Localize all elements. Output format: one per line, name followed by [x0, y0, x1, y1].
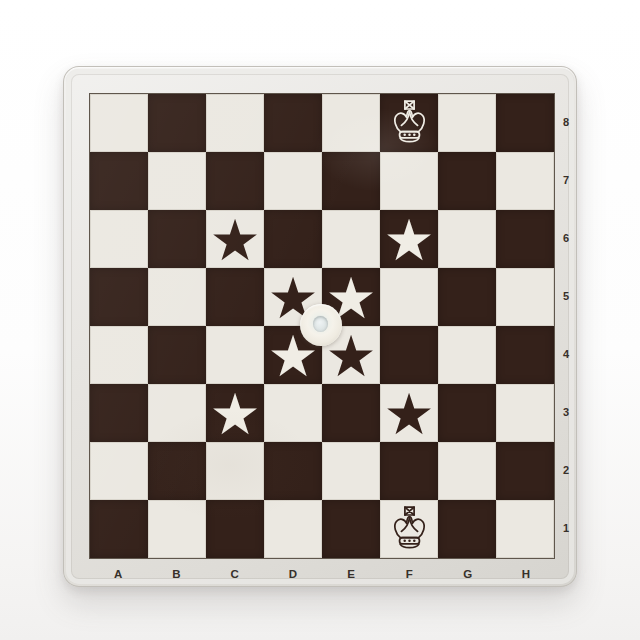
rank-label-2: 2	[558, 441, 574, 499]
square-b6[interactable]	[148, 210, 206, 268]
square-e1[interactable]	[322, 500, 380, 558]
square-h7[interactable]	[496, 152, 554, 210]
square-d7[interactable]	[264, 152, 322, 210]
square-c2[interactable]	[206, 442, 264, 500]
white-king[interactable]	[380, 94, 438, 152]
square-g8[interactable]	[438, 94, 496, 152]
star-marker: ★	[380, 384, 438, 442]
square-a3[interactable]	[90, 384, 148, 442]
square-c3[interactable]: ★	[206, 384, 264, 442]
square-b3[interactable]	[148, 384, 206, 442]
square-g4[interactable]	[438, 326, 496, 384]
square-h3[interactable]	[496, 384, 554, 442]
file-label-f: F	[380, 565, 438, 582]
square-b8[interactable]	[148, 94, 206, 152]
square-h2[interactable]	[496, 442, 554, 500]
rank-label-7: 7	[558, 151, 574, 209]
square-b5[interactable]	[148, 268, 206, 326]
square-f7[interactable]	[380, 152, 438, 210]
square-g7[interactable]	[438, 152, 496, 210]
black-king[interactable]	[380, 500, 438, 558]
square-d3[interactable]	[264, 384, 322, 442]
file-label-d: D	[264, 565, 322, 582]
square-c1[interactable]	[206, 500, 264, 558]
square-h8[interactable]	[496, 94, 554, 152]
square-a4[interactable]	[90, 326, 148, 384]
center-pin-hole	[313, 316, 328, 332]
square-g6[interactable]	[438, 210, 496, 268]
square-d1[interactable]	[264, 500, 322, 558]
photo-background: ★★★★★★★★ 87654321 ABCDEFGH	[0, 0, 640, 640]
square-f2[interactable]	[380, 442, 438, 500]
square-f1[interactable]	[380, 500, 438, 558]
square-h5[interactable]	[496, 268, 554, 326]
square-f8[interactable]	[380, 94, 438, 152]
file-label-a: A	[89, 565, 147, 582]
square-a1[interactable]	[90, 500, 148, 558]
square-e3[interactable]	[322, 384, 380, 442]
king-crown-icon	[390, 100, 429, 146]
square-f5[interactable]	[380, 268, 438, 326]
square-a8[interactable]	[90, 94, 148, 152]
rank-labels: 87654321	[558, 93, 574, 557]
square-h1[interactable]	[496, 500, 554, 558]
star-marker: ★	[206, 384, 264, 442]
square-c5[interactable]	[206, 268, 264, 326]
rank-label-8: 8	[558, 93, 574, 151]
square-e8[interactable]	[322, 94, 380, 152]
file-label-g: G	[439, 565, 497, 582]
square-h6[interactable]	[496, 210, 554, 268]
square-a2[interactable]	[90, 442, 148, 500]
square-c8[interactable]	[206, 94, 264, 152]
square-c4[interactable]	[206, 326, 264, 384]
square-b4[interactable]	[148, 326, 206, 384]
file-label-e: E	[322, 565, 380, 582]
square-e6[interactable]	[322, 210, 380, 268]
square-f4[interactable]	[380, 326, 438, 384]
square-b1[interactable]	[148, 500, 206, 558]
square-e2[interactable]	[322, 442, 380, 500]
square-b7[interactable]	[148, 152, 206, 210]
square-f6[interactable]: ★	[380, 210, 438, 268]
square-a7[interactable]	[90, 152, 148, 210]
square-g2[interactable]	[438, 442, 496, 500]
center-pin	[300, 304, 342, 346]
file-labels: ABCDEFGH	[89, 565, 555, 582]
rank-label-6: 6	[558, 209, 574, 267]
rank-label-5: 5	[558, 267, 574, 325]
file-label-c: C	[206, 565, 264, 582]
star-marker: ★	[380, 210, 438, 268]
file-label-b: B	[147, 565, 205, 582]
square-c6[interactable]: ★	[206, 210, 264, 268]
rank-label-4: 4	[558, 325, 574, 383]
rank-label-1: 1	[558, 499, 574, 557]
file-label-h: H	[497, 565, 555, 582]
square-g5[interactable]	[438, 268, 496, 326]
square-d2[interactable]	[264, 442, 322, 500]
square-g3[interactable]	[438, 384, 496, 442]
square-g1[interactable]	[438, 500, 496, 558]
square-h4[interactable]	[496, 326, 554, 384]
square-d8[interactable]	[264, 94, 322, 152]
square-c7[interactable]	[206, 152, 264, 210]
square-d6[interactable]	[264, 210, 322, 268]
square-e7[interactable]	[322, 152, 380, 210]
king-crown-icon	[390, 506, 429, 552]
square-f3[interactable]: ★	[380, 384, 438, 442]
square-b2[interactable]	[148, 442, 206, 500]
star-marker: ★	[206, 210, 264, 268]
square-a5[interactable]	[90, 268, 148, 326]
rank-label-3: 3	[558, 383, 574, 441]
chess-board: ★★★★★★★★ 87654321 ABCDEFGH	[63, 66, 577, 587]
square-a6[interactable]	[90, 210, 148, 268]
